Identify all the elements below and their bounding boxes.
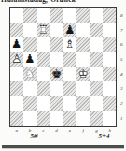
square-e2: [63, 96, 76, 111]
square-h7: [103, 23, 116, 38]
square-b7: [23, 23, 36, 38]
square-c3: [37, 81, 50, 96]
square-f2: [76, 96, 89, 111]
square-d2: [50, 96, 63, 111]
square-b3: [23, 81, 36, 96]
square-a7: [10, 23, 23, 38]
black-pawn: ♟: [23, 52, 36, 67]
square-c5: [37, 52, 50, 67]
square-b8: [23, 8, 36, 23]
square-g3: [90, 81, 103, 96]
square-h5: [103, 52, 116, 67]
rank-label-2: 2: [120, 96, 123, 111]
white-rook: ♜♖: [37, 23, 50, 38]
rank-label-4: 4: [120, 67, 123, 82]
square-a3: [10, 81, 23, 96]
square-a5: ♟♙: [10, 52, 23, 67]
square-e3: [63, 81, 76, 96]
stipulation-label: 5#: [23, 132, 45, 140]
square-b1: [23, 111, 36, 126]
square-f7: [76, 23, 89, 38]
square-c6: [37, 37, 50, 52]
square-d3: [50, 81, 63, 96]
square-c4: [37, 67, 50, 82]
white-knight: ♞♘: [23, 67, 36, 82]
square-f3: [76, 81, 89, 96]
square-c1: [37, 111, 50, 126]
square-h3: [103, 81, 116, 96]
square-h8: [103, 8, 116, 23]
square-d6: [50, 37, 63, 52]
square-g7: [90, 23, 103, 38]
rank-label-1: 1: [120, 111, 123, 126]
divider-rule: [2, 145, 124, 149]
square-h4: [103, 67, 116, 82]
square-a2: [10, 96, 23, 111]
square-e6: ♝♗: [63, 37, 76, 52]
square-f5: [76, 52, 89, 67]
square-d5: [50, 52, 63, 67]
square-a1: [10, 111, 23, 126]
square-a4: [10, 67, 23, 82]
square-d7: [50, 23, 63, 38]
square-f4: ♚♔: [76, 67, 89, 82]
chess-board: ♜♖♟♟♝♗♟♙♟♞♘♚♚♔: [9, 7, 117, 127]
square-e4: [63, 67, 76, 82]
rank-label-5: 5: [120, 52, 123, 67]
square-e7: ♟: [63, 23, 76, 38]
square-h6: [103, 37, 116, 52]
white-king: ♚♔: [76, 67, 89, 82]
square-a6: ♟: [10, 37, 23, 52]
square-d4: ♚: [50, 67, 63, 82]
square-g6: [90, 37, 103, 52]
diagram-caption: Halumstadag, Oranek: [1, 0, 125, 4]
square-h2: [103, 96, 116, 111]
material-count-label: 5+4: [92, 132, 116, 140]
rank-label-8: 8: [120, 8, 123, 23]
square-d1: [50, 111, 63, 126]
chess-problem-diagram: Halumstadag, Oranek ♜♖♟♟♝♗♟♙♟♞♘♚♚♔ 87654…: [0, 0, 126, 151]
square-a8: [10, 8, 23, 23]
square-c8: [37, 8, 50, 23]
square-b6: [23, 37, 36, 52]
square-c2: [37, 96, 50, 111]
square-c7: ♜♖: [37, 23, 50, 38]
white-bishop: ♝♗: [63, 37, 76, 52]
black-pawn: ♟: [10, 37, 23, 52]
rank-label-6: 6: [120, 37, 123, 52]
square-b5: ♟: [23, 52, 36, 67]
file-label-a: a: [10, 128, 23, 133]
rank-labels: 87654321: [120, 8, 123, 126]
square-f1: [76, 111, 89, 126]
file-label-e: e: [63, 128, 76, 133]
square-b2: [23, 96, 36, 111]
rank-label-3: 3: [120, 81, 123, 96]
black-pawn: ♟: [63, 23, 76, 38]
square-e8: [63, 8, 76, 23]
white-pawn: ♟♙: [10, 52, 23, 67]
file-label-f: f: [76, 128, 89, 133]
square-d8: [50, 8, 63, 23]
square-g1: [90, 111, 103, 126]
rank-label-7: 7: [120, 23, 123, 38]
square-g5: [90, 52, 103, 67]
square-g8: [90, 8, 103, 23]
square-b4: ♞♘: [23, 67, 36, 82]
file-label-d: d: [50, 128, 63, 133]
square-f8: [76, 8, 89, 23]
square-h1: [103, 111, 116, 126]
square-e1: [63, 111, 76, 126]
square-g4: [90, 67, 103, 82]
square-g2: [90, 96, 103, 111]
square-e5: [63, 52, 76, 67]
black-king: ♚: [50, 67, 63, 82]
square-f6: [76, 37, 89, 52]
